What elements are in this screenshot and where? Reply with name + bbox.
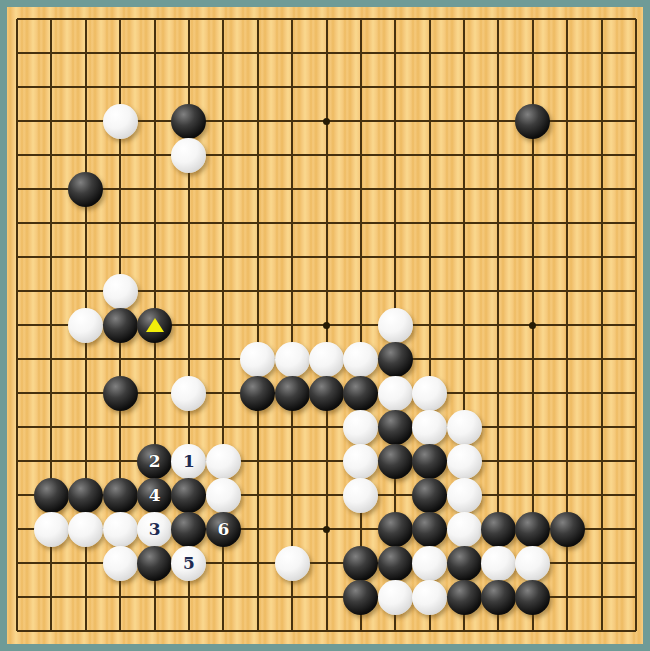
intersection[interactable] [447, 580, 481, 614]
intersection[interactable] [309, 546, 343, 580]
intersection[interactable] [69, 342, 103, 376]
intersection[interactable] [34, 614, 68, 644]
intersection[interactable] [7, 274, 34, 308]
intersection[interactable] [447, 104, 481, 138]
intersection[interactable] [172, 206, 206, 240]
intersection[interactable] [34, 546, 68, 580]
intersection[interactable] [550, 614, 584, 644]
intersection[interactable] [309, 240, 343, 274]
intersection[interactable] [34, 70, 68, 104]
intersection[interactable] [34, 7, 68, 36]
intersection[interactable] [309, 104, 343, 138]
intersection[interactable] [34, 172, 68, 206]
intersection[interactable] [413, 172, 447, 206]
intersection[interactable] [619, 104, 643, 138]
intersection[interactable] [206, 342, 240, 376]
intersection[interactable] [344, 546, 378, 580]
intersection[interactable] [344, 138, 378, 172]
intersection[interactable] [241, 7, 275, 36]
intersection[interactable] [241, 240, 275, 274]
intersection[interactable] [137, 240, 171, 274]
intersection[interactable] [69, 512, 103, 546]
intersection[interactable] [550, 240, 584, 274]
intersection[interactable] [206, 614, 240, 644]
intersection[interactable] [447, 376, 481, 410]
intersection[interactable] [275, 104, 309, 138]
intersection[interactable] [516, 138, 550, 172]
intersection[interactable] [447, 308, 481, 342]
intersection[interactable] [413, 70, 447, 104]
intersection[interactable] [550, 308, 584, 342]
intersection[interactable] [172, 614, 206, 644]
intersection[interactable] [7, 512, 34, 546]
intersection[interactable] [7, 376, 34, 410]
intersection[interactable] [584, 410, 618, 444]
intersection[interactable] [241, 376, 275, 410]
intersection[interactable] [344, 36, 378, 70]
intersection[interactable] [275, 478, 309, 512]
intersection[interactable] [516, 7, 550, 36]
intersection[interactable] [516, 444, 550, 478]
intersection[interactable] [275, 172, 309, 206]
intersection[interactable] [447, 512, 481, 546]
intersection[interactable] [275, 512, 309, 546]
intersection[interactable] [275, 7, 309, 36]
intersection[interactable] [584, 104, 618, 138]
intersection[interactable] [584, 342, 618, 376]
intersection[interactable] [344, 410, 378, 444]
intersection[interactable] [34, 580, 68, 614]
intersection[interactable] [103, 478, 137, 512]
intersection[interactable] [378, 614, 412, 644]
intersection[interactable] [309, 342, 343, 376]
intersection[interactable] [137, 206, 171, 240]
intersection[interactable] [241, 172, 275, 206]
intersection[interactable] [241, 36, 275, 70]
intersection[interactable] [137, 376, 171, 410]
intersection[interactable] [103, 580, 137, 614]
intersection[interactable] [34, 376, 68, 410]
intersection[interactable] [619, 70, 643, 104]
intersection[interactable] [309, 36, 343, 70]
intersection[interactable] [378, 104, 412, 138]
intersection[interactable] [344, 342, 378, 376]
intersection[interactable] [69, 172, 103, 206]
intersection[interactable] [378, 7, 412, 36]
intersection[interactable] [103, 546, 137, 580]
intersection[interactable] [69, 580, 103, 614]
intersection[interactable] [137, 172, 171, 206]
intersection[interactable] [344, 104, 378, 138]
intersection[interactable]: 5 [172, 546, 206, 580]
intersection[interactable] [309, 410, 343, 444]
intersection[interactable] [7, 410, 34, 444]
intersection[interactable] [413, 444, 447, 478]
intersection[interactable] [344, 444, 378, 478]
intersection[interactable] [309, 308, 343, 342]
intersection[interactable] [103, 138, 137, 172]
intersection[interactable] [241, 546, 275, 580]
intersection[interactable] [103, 36, 137, 70]
intersection[interactable] [584, 36, 618, 70]
intersection[interactable] [378, 308, 412, 342]
intersection[interactable] [206, 410, 240, 444]
intersection[interactable] [275, 410, 309, 444]
intersection[interactable] [7, 240, 34, 274]
intersection[interactable] [516, 512, 550, 546]
intersection[interactable] [550, 7, 584, 36]
intersection[interactable] [413, 104, 447, 138]
intersection[interactable] [137, 614, 171, 644]
intersection[interactable] [7, 342, 34, 376]
intersection[interactable] [413, 614, 447, 644]
intersection[interactable] [344, 376, 378, 410]
intersection[interactable] [447, 7, 481, 36]
intersection[interactable] [481, 7, 515, 36]
intersection[interactable] [309, 478, 343, 512]
intersection[interactable] [103, 274, 137, 308]
intersection[interactable] [447, 138, 481, 172]
intersection[interactable] [275, 36, 309, 70]
intersection[interactable] [413, 410, 447, 444]
intersection[interactable] [172, 274, 206, 308]
intersection[interactable] [378, 376, 412, 410]
intersection[interactable] [584, 138, 618, 172]
intersection[interactable] [241, 512, 275, 546]
intersection[interactable] [172, 478, 206, 512]
intersection[interactable] [550, 206, 584, 240]
intersection[interactable] [241, 580, 275, 614]
intersection[interactable] [378, 512, 412, 546]
intersection[interactable] [481, 308, 515, 342]
intersection[interactable] [447, 444, 481, 478]
intersection[interactable] [7, 7, 34, 36]
intersection[interactable] [378, 478, 412, 512]
intersection[interactable] [103, 206, 137, 240]
intersection[interactable] [344, 614, 378, 644]
intersection[interactable] [7, 580, 34, 614]
intersection[interactable] [550, 70, 584, 104]
intersection[interactable] [7, 478, 34, 512]
intersection[interactable] [516, 70, 550, 104]
intersection[interactable] [516, 614, 550, 644]
intersection[interactable] [344, 512, 378, 546]
intersection[interactable] [413, 342, 447, 376]
intersection[interactable] [241, 342, 275, 376]
intersection[interactable] [34, 274, 68, 308]
intersection[interactable] [516, 580, 550, 614]
intersection[interactable] [619, 614, 643, 644]
intersection[interactable] [69, 240, 103, 274]
intersection[interactable] [206, 7, 240, 36]
intersection[interactable] [7, 36, 34, 70]
intersection[interactable] [34, 206, 68, 240]
intersection[interactable] [172, 7, 206, 36]
intersection[interactable] [137, 580, 171, 614]
intersection[interactable] [516, 410, 550, 444]
intersection[interactable] [137, 274, 171, 308]
intersection[interactable] [275, 138, 309, 172]
intersection[interactable] [481, 580, 515, 614]
intersection[interactable] [344, 580, 378, 614]
intersection[interactable] [550, 546, 584, 580]
intersection[interactable] [275, 308, 309, 342]
intersection[interactable] [172, 342, 206, 376]
intersection[interactable] [550, 376, 584, 410]
intersection[interactable] [7, 546, 34, 580]
intersection[interactable] [584, 308, 618, 342]
intersection[interactable] [413, 546, 447, 580]
intersection[interactable] [137, 138, 171, 172]
intersection[interactable] [413, 206, 447, 240]
intersection[interactable] [481, 104, 515, 138]
intersection[interactable] [206, 444, 240, 478]
intersection[interactable] [413, 376, 447, 410]
intersection[interactable] [241, 478, 275, 512]
intersection[interactable] [7, 172, 34, 206]
intersection[interactable] [69, 478, 103, 512]
intersection[interactable] [378, 138, 412, 172]
intersection[interactable] [241, 274, 275, 308]
intersection[interactable] [378, 342, 412, 376]
intersection[interactable] [344, 7, 378, 36]
intersection[interactable] [378, 240, 412, 274]
intersection[interactable] [619, 206, 643, 240]
intersection[interactable] [69, 138, 103, 172]
intersection[interactable] [137, 36, 171, 70]
intersection[interactable] [7, 206, 34, 240]
intersection[interactable]: 1 [172, 444, 206, 478]
intersection[interactable] [619, 376, 643, 410]
intersection[interactable] [516, 342, 550, 376]
intersection[interactable] [481, 546, 515, 580]
intersection[interactable] [309, 274, 343, 308]
intersection[interactable] [481, 70, 515, 104]
intersection[interactable] [413, 512, 447, 546]
intersection[interactable] [69, 206, 103, 240]
intersection[interactable] [309, 172, 343, 206]
intersection[interactable] [69, 36, 103, 70]
intersection[interactable] [275, 580, 309, 614]
intersection[interactable] [309, 512, 343, 546]
intersection[interactable] [584, 478, 618, 512]
intersection[interactable] [34, 104, 68, 138]
intersection[interactable] [7, 138, 34, 172]
intersection[interactable] [69, 7, 103, 36]
intersection[interactable] [275, 70, 309, 104]
intersection[interactable] [516, 546, 550, 580]
intersection[interactable] [516, 240, 550, 274]
intersection[interactable] [69, 410, 103, 444]
intersection[interactable] [344, 206, 378, 240]
intersection[interactable]: 3 [137, 512, 171, 546]
intersection[interactable] [206, 206, 240, 240]
intersection[interactable] [378, 36, 412, 70]
intersection[interactable] [103, 104, 137, 138]
intersection[interactable] [481, 376, 515, 410]
intersection[interactable] [206, 138, 240, 172]
intersection[interactable] [447, 172, 481, 206]
intersection[interactable] [241, 138, 275, 172]
intersection[interactable] [344, 240, 378, 274]
intersection[interactable] [34, 512, 68, 546]
intersection[interactable] [206, 546, 240, 580]
intersection[interactable] [481, 614, 515, 644]
intersection[interactable] [309, 580, 343, 614]
intersection[interactable] [584, 70, 618, 104]
intersection[interactable] [69, 546, 103, 580]
intersection[interactable] [137, 7, 171, 36]
intersection[interactable] [172, 308, 206, 342]
intersection[interactable] [447, 546, 481, 580]
intersection[interactable]: 4 [137, 478, 171, 512]
intersection[interactable] [378, 274, 412, 308]
intersection[interactable] [481, 172, 515, 206]
intersection[interactable] [103, 172, 137, 206]
intersection[interactable] [481, 410, 515, 444]
intersection[interactable] [516, 36, 550, 70]
intersection[interactable] [619, 342, 643, 376]
intersection[interactable] [275, 342, 309, 376]
intersection[interactable] [137, 70, 171, 104]
intersection[interactable] [584, 376, 618, 410]
intersection[interactable] [309, 614, 343, 644]
intersection[interactable] [206, 376, 240, 410]
intersection[interactable] [309, 206, 343, 240]
intersection[interactable] [413, 7, 447, 36]
intersection[interactable] [584, 580, 618, 614]
intersection[interactable] [103, 512, 137, 546]
intersection[interactable] [309, 138, 343, 172]
intersection[interactable] [275, 614, 309, 644]
intersection[interactable] [584, 444, 618, 478]
intersection[interactable] [516, 478, 550, 512]
intersection[interactable] [516, 274, 550, 308]
intersection[interactable] [241, 410, 275, 444]
intersection[interactable] [619, 36, 643, 70]
intersection[interactable] [103, 240, 137, 274]
intersection[interactable] [206, 104, 240, 138]
intersection[interactable] [378, 172, 412, 206]
intersection[interactable] [241, 70, 275, 104]
intersection[interactable] [206, 36, 240, 70]
intersection[interactable] [309, 70, 343, 104]
intersection[interactable] [275, 546, 309, 580]
intersection[interactable] [550, 410, 584, 444]
intersection[interactable] [584, 614, 618, 644]
intersection[interactable] [550, 444, 584, 478]
intersection[interactable] [206, 70, 240, 104]
intersection[interactable] [172, 512, 206, 546]
intersection[interactable] [481, 138, 515, 172]
intersection[interactable] [34, 478, 68, 512]
intersection[interactable] [7, 104, 34, 138]
intersection[interactable] [206, 172, 240, 206]
intersection[interactable] [103, 342, 137, 376]
intersection[interactable] [34, 36, 68, 70]
intersection[interactable] [7, 70, 34, 104]
intersection[interactable] [550, 104, 584, 138]
intersection[interactable] [241, 614, 275, 644]
intersection[interactable] [413, 478, 447, 512]
intersection[interactable] [584, 546, 618, 580]
intersection[interactable] [584, 512, 618, 546]
intersection[interactable] [309, 7, 343, 36]
intersection[interactable] [447, 274, 481, 308]
intersection[interactable] [378, 546, 412, 580]
intersection[interactable] [172, 104, 206, 138]
intersection[interactable] [7, 308, 34, 342]
intersection[interactable] [481, 240, 515, 274]
intersection[interactable] [172, 580, 206, 614]
intersection[interactable] [34, 308, 68, 342]
intersection[interactable] [619, 240, 643, 274]
intersection[interactable] [172, 240, 206, 274]
intersection[interactable] [619, 478, 643, 512]
intersection[interactable] [344, 308, 378, 342]
intersection[interactable] [69, 70, 103, 104]
intersection[interactable]: 6 [206, 512, 240, 546]
intersection[interactable] [619, 580, 643, 614]
intersection[interactable] [309, 444, 343, 478]
intersection[interactable] [481, 274, 515, 308]
intersection[interactable] [137, 104, 171, 138]
intersection[interactable] [550, 478, 584, 512]
intersection[interactable] [481, 512, 515, 546]
intersection[interactable] [378, 580, 412, 614]
intersection[interactable] [516, 308, 550, 342]
intersection[interactable] [447, 614, 481, 644]
intersection[interactable] [447, 206, 481, 240]
intersection[interactable] [447, 410, 481, 444]
intersection[interactable] [413, 36, 447, 70]
intersection[interactable] [34, 240, 68, 274]
intersection[interactable] [619, 444, 643, 478]
intersection[interactable] [206, 240, 240, 274]
intersection[interactable] [172, 410, 206, 444]
intersection[interactable] [550, 512, 584, 546]
intersection[interactable] [619, 546, 643, 580]
intersection[interactable] [172, 376, 206, 410]
intersection[interactable] [550, 138, 584, 172]
intersection[interactable] [172, 36, 206, 70]
intersection[interactable] [34, 444, 68, 478]
intersection[interactable] [206, 308, 240, 342]
intersection[interactable] [550, 36, 584, 70]
intersection[interactable] [481, 342, 515, 376]
intersection[interactable] [550, 172, 584, 206]
intersection[interactable] [206, 478, 240, 512]
intersection[interactable] [7, 614, 34, 644]
intersection[interactable] [103, 7, 137, 36]
intersection[interactable] [34, 138, 68, 172]
intersection[interactable] [275, 274, 309, 308]
intersection[interactable]: 2 [137, 444, 171, 478]
intersection[interactable] [69, 104, 103, 138]
intersection[interactable] [34, 410, 68, 444]
intersection[interactable] [619, 512, 643, 546]
intersection[interactable] [103, 614, 137, 644]
intersection[interactable] [172, 138, 206, 172]
intersection[interactable] [413, 580, 447, 614]
intersection[interactable] [103, 308, 137, 342]
intersection[interactable] [619, 7, 643, 36]
intersection[interactable] [241, 104, 275, 138]
intersection[interactable] [447, 240, 481, 274]
intersection[interactable] [206, 580, 240, 614]
intersection[interactable] [344, 172, 378, 206]
intersection[interactable] [137, 308, 171, 342]
